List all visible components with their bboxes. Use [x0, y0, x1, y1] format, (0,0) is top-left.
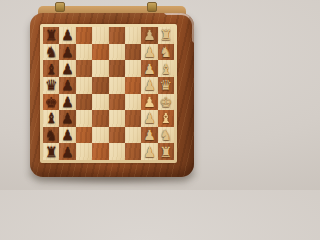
board-square[interactable]	[76, 77, 92, 94]
board-square[interactable]	[76, 127, 92, 144]
board-square[interactable]: ♝	[158, 110, 174, 127]
board-square[interactable]	[125, 27, 141, 44]
board-square[interactable]	[92, 127, 108, 144]
board-square[interactable]	[92, 143, 108, 160]
chess-piece-white-knight[interactable]: ♞	[160, 127, 173, 143]
board-square[interactable]	[109, 143, 125, 160]
board-square[interactable]	[76, 143, 92, 160]
chess-piece-white-bishop[interactable]: ♝	[160, 110, 173, 126]
board-square[interactable]	[125, 127, 141, 144]
board-square[interactable]: ♟	[141, 60, 157, 77]
chess-piece-white-pawn[interactable]: ♟	[143, 143, 156, 159]
photo-background: { "game": "chess", "position": { "fen": …	[0, 0, 220, 190]
chess-piece-black-king[interactable]: ♚	[45, 93, 58, 109]
board-square[interactable]: ♞	[158, 127, 174, 144]
board-square[interactable]	[125, 143, 141, 160]
board-square[interactable]	[92, 27, 108, 44]
chess-piece-black-rook[interactable]: ♜	[45, 27, 58, 43]
chess-piece-white-rook[interactable]: ♜	[160, 27, 173, 43]
board-square[interactable]: ♟	[141, 27, 157, 44]
board-square[interactable]	[92, 77, 108, 94]
board-square[interactable]	[109, 110, 125, 127]
board-square[interactable]	[109, 60, 125, 77]
chess-piece-black-pawn[interactable]: ♟	[61, 143, 74, 159]
board-inlay-border: ♜♟♟♜♞♟♟♞♝♟♟♝♛♟♟♛♚♟♟♚♝♟♟♝♞♟♟♞♜♟♟♜	[40, 24, 177, 163]
board-square[interactable]: ♛	[158, 77, 174, 94]
board-square[interactable]: ♚	[158, 94, 174, 111]
board-square[interactable]	[109, 77, 125, 94]
chess-piece-black-knight[interactable]: ♞	[45, 127, 58, 143]
chess-piece-white-bishop[interactable]: ♝	[160, 60, 173, 76]
board-square[interactable]: ♟	[59, 94, 75, 111]
board-square[interactable]: ♝	[158, 60, 174, 77]
board-square[interactable]: ♟	[141, 77, 157, 94]
board-square[interactable]: ♝	[43, 110, 59, 127]
board-square[interactable]	[92, 94, 108, 111]
board-square[interactable]	[92, 60, 108, 77]
board-square[interactable]: ♟	[59, 77, 75, 94]
chess-piece-white-pawn[interactable]: ♟	[143, 110, 156, 126]
chess-board: ♜♟♟♜♞♟♟♞♝♟♟♝♛♟♟♛♚♟♟♚♝♟♟♝♞♟♟♞♜♟♟♜	[43, 27, 174, 160]
board-square[interactable]	[109, 127, 125, 144]
chess-piece-black-pawn[interactable]: ♟	[61, 110, 74, 126]
chess-piece-white-knight[interactable]: ♞	[160, 43, 173, 59]
board-square[interactable]: ♜	[158, 143, 174, 160]
board-square[interactable]: ♟	[59, 110, 75, 127]
board-square[interactable]: ♟	[59, 60, 75, 77]
board-square[interactable]	[76, 110, 92, 127]
chess-piece-black-pawn[interactable]: ♟	[61, 127, 74, 143]
board-square[interactable]: ♟	[141, 143, 157, 160]
chess-piece-black-rook[interactable]: ♜	[45, 143, 58, 159]
board-square[interactable]: ♜	[43, 27, 59, 44]
chess-piece-white-pawn[interactable]: ♟	[143, 77, 156, 93]
board-square[interactable]: ♟	[59, 127, 75, 144]
board-square[interactable]: ♞	[43, 127, 59, 144]
board-square[interactable]	[76, 27, 92, 44]
chess-piece-white-pawn[interactable]: ♟	[143, 60, 156, 76]
board-square[interactable]: ♟	[141, 94, 157, 111]
board-square[interactable]: ♛	[43, 77, 59, 94]
chess-piece-black-pawn[interactable]: ♟	[61, 93, 74, 109]
board-square[interactable]	[125, 77, 141, 94]
board-square[interactable]: ♟	[141, 110, 157, 127]
chess-piece-black-pawn[interactable]: ♟	[61, 27, 74, 43]
board-square[interactable]	[109, 44, 125, 61]
board-square[interactable]: ♝	[43, 60, 59, 77]
chess-piece-white-rook[interactable]: ♜	[160, 143, 173, 159]
chess-piece-black-queen[interactable]: ♛	[45, 77, 58, 93]
board-square[interactable]	[125, 110, 141, 127]
board-square[interactable]: ♟	[59, 27, 75, 44]
chess-piece-white-pawn[interactable]: ♟	[143, 43, 156, 59]
board-square[interactable]	[125, 60, 141, 77]
board-square[interactable]	[92, 44, 108, 61]
board-square[interactable]: ♜	[43, 143, 59, 160]
board-square[interactable]: ♚	[43, 94, 59, 111]
wooden-chess-box: ♜♟♟♜♞♟♟♞♝♟♟♝♛♟♟♛♚♟♟♚♝♟♟♝♞♟♟♞♜♟♟♜	[30, 13, 194, 177]
board-square[interactable]: ♞	[43, 44, 59, 61]
chess-piece-black-knight[interactable]: ♞	[45, 43, 58, 59]
chess-piece-black-pawn[interactable]: ♟	[61, 60, 74, 76]
board-square[interactable]: ♜	[158, 27, 174, 44]
board-square[interactable]	[76, 94, 92, 111]
chess-piece-black-bishop[interactable]: ♝	[45, 60, 58, 76]
chess-piece-white-pawn[interactable]: ♟	[143, 27, 156, 43]
board-square[interactable]	[109, 94, 125, 111]
board-square[interactable]: ♞	[158, 44, 174, 61]
brass-hinge-right-icon	[147, 2, 157, 12]
chess-piece-white-king[interactable]: ♚	[160, 93, 173, 109]
chess-piece-black-pawn[interactable]: ♟	[61, 77, 74, 93]
chess-piece-white-queen[interactable]: ♛	[160, 77, 173, 93]
board-square[interactable]	[109, 27, 125, 44]
board-square[interactable]	[125, 44, 141, 61]
board-square[interactable]	[125, 94, 141, 111]
chess-piece-black-bishop[interactable]: ♝	[45, 110, 58, 126]
board-square[interactable]	[92, 110, 108, 127]
brass-hinge-left-icon	[55, 2, 65, 12]
board-square[interactable]: ♟	[59, 44, 75, 61]
board-square[interactable]: ♟	[141, 127, 157, 144]
board-square[interactable]	[76, 44, 92, 61]
chess-piece-white-pawn[interactable]: ♟	[143, 127, 156, 143]
chess-piece-black-pawn[interactable]: ♟	[61, 43, 74, 59]
board-square[interactable]: ♟	[141, 44, 157, 61]
board-square[interactable]	[76, 60, 92, 77]
chess-piece-white-pawn[interactable]: ♟	[143, 93, 156, 109]
board-square[interactable]: ♟	[59, 143, 75, 160]
